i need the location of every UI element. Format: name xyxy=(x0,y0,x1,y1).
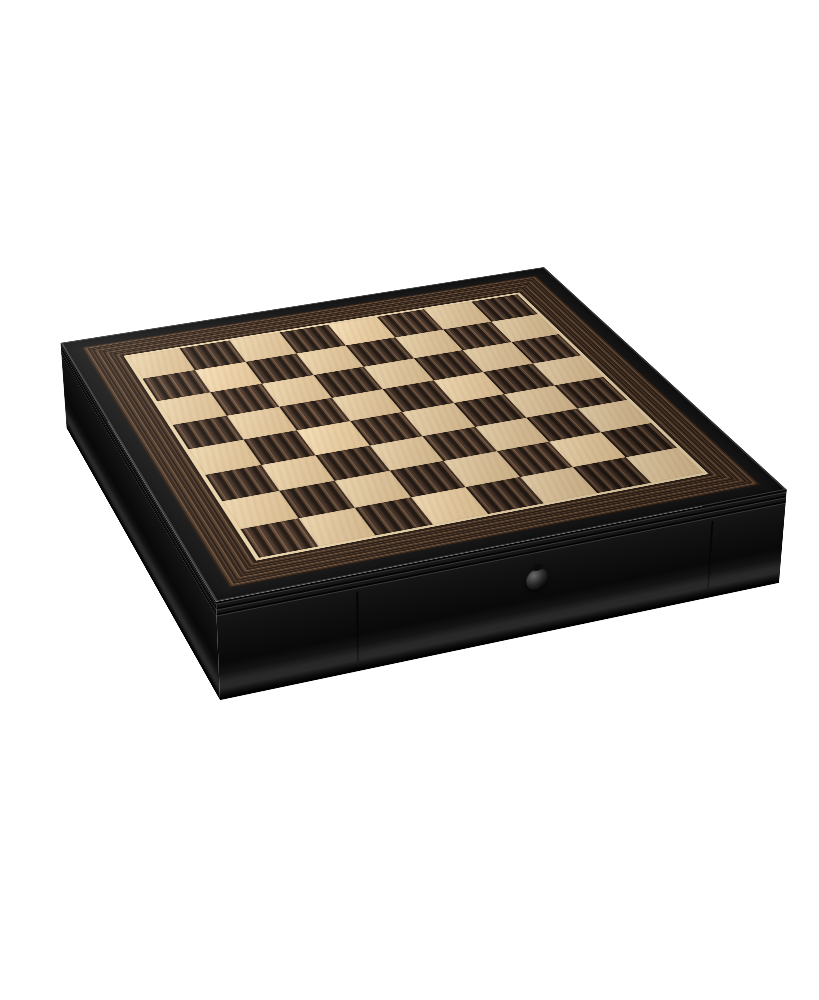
square-h1[interactable] xyxy=(625,447,703,482)
square-c3[interactable] xyxy=(315,445,389,480)
square-c2[interactable] xyxy=(335,471,411,508)
chess-box xyxy=(61,267,787,601)
square-g2[interactable] xyxy=(549,432,625,467)
square-e3[interactable] xyxy=(422,427,496,461)
square-a2[interactable] xyxy=(222,491,298,529)
square-f2[interactable] xyxy=(497,442,573,477)
square-c4[interactable] xyxy=(297,421,369,455)
square-a3[interactable] xyxy=(205,465,279,501)
square-d2[interactable] xyxy=(389,461,465,497)
square-b1[interactable] xyxy=(298,508,376,547)
square-c1[interactable] xyxy=(355,497,433,535)
square-a1[interactable] xyxy=(240,518,317,558)
square-h2[interactable] xyxy=(600,423,676,457)
square-e1[interactable] xyxy=(465,477,543,514)
square-d3[interactable] xyxy=(369,436,443,471)
chess-board-scene xyxy=(122,132,682,692)
drawer-knob[interactable] xyxy=(526,566,549,591)
square-g1[interactable] xyxy=(573,457,651,493)
square-b2[interactable] xyxy=(279,481,355,518)
drawer-seam-left xyxy=(356,592,359,662)
square-d1[interactable] xyxy=(410,487,488,525)
square-b4[interactable] xyxy=(243,430,315,464)
square-b3[interactable] xyxy=(261,455,335,491)
square-g3[interactable] xyxy=(526,408,600,441)
square-a4[interactable] xyxy=(188,440,260,475)
square-e2[interactable] xyxy=(443,451,519,487)
product-photo-canvas: { "game": "chess", "position": "8/8/8/8/… xyxy=(0,0,819,1000)
square-f1[interactable] xyxy=(519,467,597,504)
square-d4[interactable] xyxy=(350,412,422,445)
square-a5[interactable] xyxy=(172,416,243,450)
square-f3[interactable] xyxy=(475,417,549,451)
